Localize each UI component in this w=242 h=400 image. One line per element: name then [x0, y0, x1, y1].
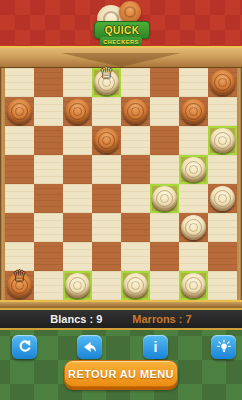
white-man[interactable]	[123, 273, 148, 298]
board-square[interactable]	[92, 213, 121, 242]
info-icon: i	[154, 340, 158, 354]
king-crown-icon: ♛	[13, 269, 26, 284]
score-bar: Blancs : 9 Marrons : 7	[0, 310, 242, 330]
board-square[interactable]	[208, 126, 237, 155]
board-square[interactable]	[150, 242, 179, 271]
board-square[interactable]	[121, 242, 150, 271]
board-square[interactable]	[179, 242, 208, 271]
board-square[interactable]	[121, 97, 150, 126]
board-square[interactable]	[63, 271, 92, 300]
shelf-notch	[61, 53, 181, 67]
board-top-shelf	[0, 46, 242, 68]
board-square[interactable]	[121, 271, 150, 300]
board-square[interactable]	[179, 213, 208, 242]
white-man[interactable]	[210, 186, 235, 211]
logo-title: QUICK	[105, 25, 140, 36]
board-square[interactable]	[92, 155, 121, 184]
board-square[interactable]: ♛	[92, 68, 121, 97]
board-square[interactable]	[150, 126, 179, 155]
board-square[interactable]	[150, 155, 179, 184]
board-square[interactable]	[5, 68, 34, 97]
board-square[interactable]	[34, 184, 63, 213]
brown-man[interactable]	[123, 99, 148, 124]
board-square[interactable]	[63, 213, 92, 242]
return-to-menu-button[interactable]: RETOUR AU MENU	[64, 360, 178, 387]
board-square[interactable]	[179, 97, 208, 126]
checkers-board[interactable]: ♛♛	[5, 68, 237, 300]
board-bottom-frame	[0, 300, 242, 310]
board-square[interactable]	[5, 126, 34, 155]
board-square[interactable]	[5, 184, 34, 213]
board-square[interactable]	[121, 126, 150, 155]
lightbulb-icon	[216, 339, 232, 355]
return-to-menu-label: RETOUR AU MENU	[68, 368, 174, 380]
white-score: Blancs : 9	[50, 313, 102, 325]
board-square[interactable]	[121, 184, 150, 213]
board-square[interactable]	[34, 213, 63, 242]
restart-button[interactable]	[12, 335, 37, 359]
circular-arrow-icon	[17, 339, 33, 355]
board-square[interactable]	[34, 126, 63, 155]
brown-man[interactable]	[7, 99, 32, 124]
board-square[interactable]	[150, 184, 179, 213]
board-square[interactable]	[150, 97, 179, 126]
board-square[interactable]	[121, 68, 150, 97]
board-square[interactable]	[5, 155, 34, 184]
hint-button[interactable]	[211, 335, 236, 359]
board-square[interactable]	[179, 155, 208, 184]
white-man[interactable]	[152, 186, 177, 211]
board-square[interactable]	[208, 213, 237, 242]
brown-score: Marrons : 7	[132, 313, 191, 325]
brown-man[interactable]	[181, 99, 206, 124]
board-square[interactable]	[208, 271, 237, 300]
white-king[interactable]: ♛	[94, 70, 119, 95]
board-square[interactable]	[34, 271, 63, 300]
undo-button[interactable]	[77, 335, 102, 359]
board-square[interactable]	[179, 271, 208, 300]
board-square[interactable]	[150, 271, 179, 300]
board-square[interactable]	[34, 155, 63, 184]
board-square[interactable]	[208, 68, 237, 97]
brown-man[interactable]	[65, 99, 90, 124]
board-square[interactable]	[121, 213, 150, 242]
board-square[interactable]	[92, 97, 121, 126]
logo-orange-checker-icon	[119, 1, 141, 23]
white-man[interactable]	[210, 128, 235, 153]
logo-subtitle-ribbon: CHECKERS	[100, 37, 142, 46]
app-logo: QUICK CHECKERS	[88, 0, 158, 48]
brown-king[interactable]: ♛	[7, 273, 32, 298]
logo-subtitle: CHECKERS	[103, 39, 139, 45]
board-square[interactable]	[179, 184, 208, 213]
board-square[interactable]	[5, 213, 34, 242]
board-square[interactable]	[208, 97, 237, 126]
white-man[interactable]	[181, 157, 206, 182]
board-square[interactable]	[63, 68, 92, 97]
board-square[interactable]	[150, 213, 179, 242]
board-square[interactable]	[63, 155, 92, 184]
board-square[interactable]	[63, 97, 92, 126]
board-square[interactable]	[92, 126, 121, 155]
white-man[interactable]	[65, 273, 90, 298]
board-square[interactable]	[121, 155, 150, 184]
info-button[interactable]: i	[143, 335, 168, 359]
board-square[interactable]	[92, 184, 121, 213]
board-square[interactable]: ♛	[5, 271, 34, 300]
board-square[interactable]	[179, 126, 208, 155]
header: QUICK CHECKERS	[0, 0, 242, 46]
brown-man[interactable]	[210, 70, 235, 95]
board-square[interactable]	[150, 68, 179, 97]
board-square[interactable]	[34, 97, 63, 126]
board-square[interactable]	[92, 242, 121, 271]
board-square[interactable]	[92, 271, 121, 300]
board-square[interactable]	[5, 97, 34, 126]
footer: i RETOUR AU MENU	[0, 330, 242, 400]
king-crown-icon: ♛	[100, 66, 113, 81]
board-square[interactable]	[208, 184, 237, 213]
back-arrow-icon	[82, 339, 98, 355]
board-square[interactable]	[34, 242, 63, 271]
board-square[interactable]	[34, 68, 63, 97]
board-square[interactable]	[208, 242, 237, 271]
board-frame: ♛♛	[0, 68, 242, 300]
board-square[interactable]	[63, 184, 92, 213]
brown-man[interactable]	[94, 128, 119, 153]
board-square[interactable]	[63, 242, 92, 271]
white-man[interactable]	[181, 215, 206, 240]
board-square[interactable]	[63, 126, 92, 155]
board-square[interactable]	[208, 155, 237, 184]
board-square[interactable]	[179, 68, 208, 97]
white-man[interactable]	[181, 273, 206, 298]
